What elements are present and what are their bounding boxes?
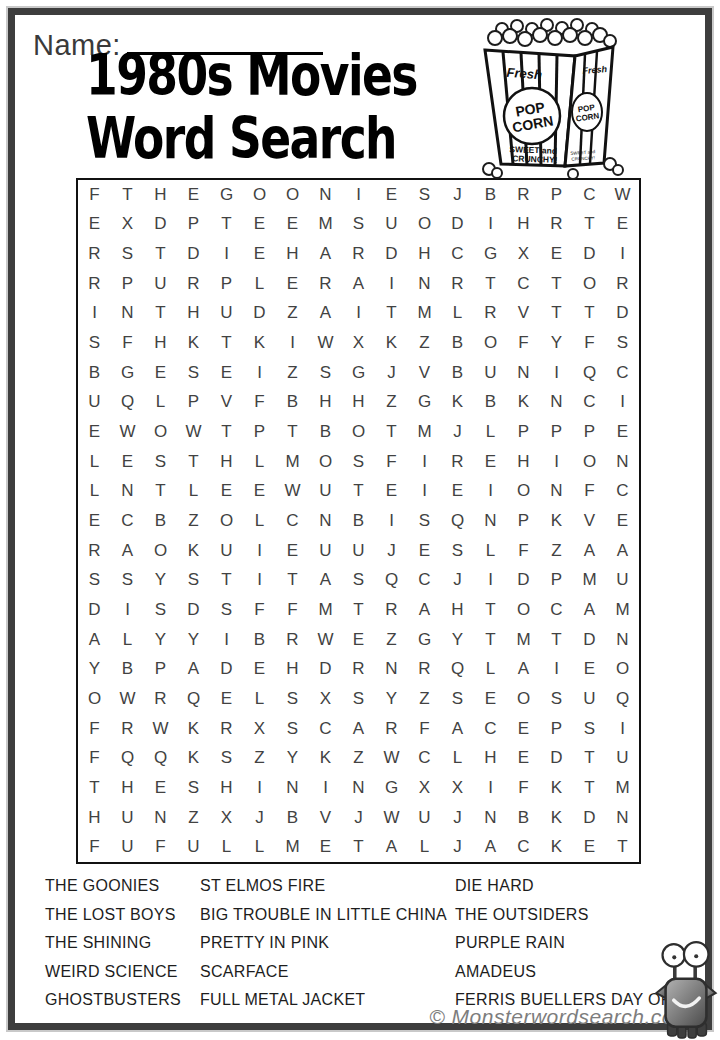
- grid-cell[interactable]: F: [276, 595, 309, 625]
- grid-cell[interactable]: X: [111, 210, 144, 240]
- grid-cell[interactable]: L: [441, 299, 474, 329]
- grid-cell[interactable]: O: [144, 536, 177, 566]
- grid-cell[interactable]: R: [78, 269, 111, 299]
- grid-cell[interactable]: L: [78, 447, 111, 477]
- grid-cell[interactable]: I: [210, 239, 243, 269]
- grid-cell[interactable]: K: [375, 328, 408, 358]
- grid-cell[interactable]: E: [375, 477, 408, 507]
- grid-cell[interactable]: X: [408, 773, 441, 803]
- grid-cell[interactable]: T: [342, 595, 375, 625]
- grid-cell[interactable]: T: [144, 299, 177, 329]
- grid-cell[interactable]: N: [375, 654, 408, 684]
- grid-cell[interactable]: N: [111, 299, 144, 329]
- grid-cell[interactable]: O: [342, 417, 375, 447]
- grid-cell[interactable]: T: [606, 832, 639, 862]
- grid-cell[interactable]: I: [606, 714, 639, 744]
- grid-cell[interactable]: T: [210, 565, 243, 595]
- grid-cell[interactable]: C: [606, 477, 639, 507]
- grid-cell[interactable]: E: [111, 447, 144, 477]
- grid-cell[interactable]: H: [210, 773, 243, 803]
- grid-cell[interactable]: T: [210, 210, 243, 240]
- grid-cell[interactable]: Z: [375, 388, 408, 418]
- grid-cell[interactable]: U: [606, 743, 639, 773]
- grid-cell[interactable]: R: [441, 269, 474, 299]
- grid-cell[interactable]: W: [111, 417, 144, 447]
- grid-cell[interactable]: I: [243, 773, 276, 803]
- grid-cell[interactable]: Q: [573, 358, 606, 388]
- grid-cell[interactable]: P: [177, 210, 210, 240]
- grid-cell[interactable]: E: [276, 269, 309, 299]
- grid-cell[interactable]: E: [375, 180, 408, 210]
- grid-cell[interactable]: X: [210, 803, 243, 833]
- grid-cell[interactable]: U: [474, 358, 507, 388]
- grid-cell[interactable]: I: [408, 447, 441, 477]
- grid-cell[interactable]: L: [144, 388, 177, 418]
- grid-cell[interactable]: Y: [78, 654, 111, 684]
- grid-cell[interactable]: E: [78, 506, 111, 536]
- grid-cell[interactable]: O: [408, 210, 441, 240]
- grid-cell[interactable]: O: [243, 180, 276, 210]
- grid-cell[interactable]: R: [342, 654, 375, 684]
- grid-cell[interactable]: R: [408, 654, 441, 684]
- grid-cell[interactable]: T: [276, 417, 309, 447]
- grid-cell[interactable]: L: [474, 536, 507, 566]
- grid-cell[interactable]: R: [210, 714, 243, 744]
- grid-cell[interactable]: F: [375, 447, 408, 477]
- grid-cell[interactable]: G: [210, 180, 243, 210]
- grid-cell[interactable]: R: [606, 269, 639, 299]
- grid-cell[interactable]: T: [210, 328, 243, 358]
- grid-cell[interactable]: D: [573, 803, 606, 833]
- grid-cell[interactable]: T: [177, 447, 210, 477]
- grid-cell[interactable]: T: [276, 565, 309, 595]
- grid-cell[interactable]: B: [309, 417, 342, 447]
- grid-cell[interactable]: T: [375, 299, 408, 329]
- grid-cell[interactable]: J: [342, 803, 375, 833]
- grid-cell[interactable]: L: [243, 832, 276, 862]
- grid-cell[interactable]: E: [210, 477, 243, 507]
- grid-cell[interactable]: Z: [276, 299, 309, 329]
- grid-cell[interactable]: U: [309, 477, 342, 507]
- grid-cell[interactable]: E: [342, 625, 375, 655]
- grid-cell[interactable]: S: [144, 595, 177, 625]
- grid-cell[interactable]: N: [144, 803, 177, 833]
- grid-cell[interactable]: S: [606, 328, 639, 358]
- grid-cell[interactable]: F: [78, 180, 111, 210]
- grid-cell[interactable]: F: [111, 328, 144, 358]
- grid-cell[interactable]: R: [441, 447, 474, 477]
- grid-cell[interactable]: F: [507, 773, 540, 803]
- grid-cell[interactable]: J: [441, 803, 474, 833]
- grid-cell[interactable]: I: [243, 565, 276, 595]
- grid-cell[interactable]: M: [276, 447, 309, 477]
- grid-cell[interactable]: B: [441, 358, 474, 388]
- grid-cell[interactable]: I: [243, 358, 276, 388]
- grid-cell[interactable]: Z: [408, 684, 441, 714]
- grid-cell[interactable]: K: [540, 803, 573, 833]
- grid-cell[interactable]: S: [276, 684, 309, 714]
- grid-cell[interactable]: K: [177, 743, 210, 773]
- grid-cell[interactable]: F: [78, 832, 111, 862]
- grid-cell[interactable]: S: [342, 565, 375, 595]
- grid-cell[interactable]: G: [474, 239, 507, 269]
- grid-cell[interactable]: G: [408, 625, 441, 655]
- grid-cell[interactable]: I: [540, 447, 573, 477]
- grid-cell[interactable]: I: [243, 536, 276, 566]
- grid-cell[interactable]: F: [243, 595, 276, 625]
- grid-cell[interactable]: J: [441, 180, 474, 210]
- grid-cell[interactable]: T: [573, 773, 606, 803]
- grid-cell[interactable]: F: [78, 714, 111, 744]
- grid-cell[interactable]: O: [78, 684, 111, 714]
- grid-cell[interactable]: E: [144, 358, 177, 388]
- grid-cell[interactable]: X: [441, 773, 474, 803]
- grid-cell[interactable]: I: [111, 595, 144, 625]
- grid-cell[interactable]: E: [408, 536, 441, 566]
- grid-cell[interactable]: J: [441, 832, 474, 862]
- grid-cell[interactable]: E: [78, 417, 111, 447]
- grid-cell[interactable]: U: [210, 536, 243, 566]
- grid-cell[interactable]: I: [375, 506, 408, 536]
- grid-cell[interactable]: M: [507, 625, 540, 655]
- grid-cell[interactable]: U: [375, 210, 408, 240]
- grid-cell[interactable]: A: [507, 654, 540, 684]
- grid-cell[interactable]: R: [507, 180, 540, 210]
- grid-cell[interactable]: O: [507, 684, 540, 714]
- grid-cell[interactable]: P: [507, 417, 540, 447]
- grid-cell[interactable]: C: [408, 743, 441, 773]
- grid-cell[interactable]: L: [177, 477, 210, 507]
- grid-cell[interactable]: P: [507, 506, 540, 536]
- grid-cell[interactable]: E: [573, 832, 606, 862]
- grid-cell[interactable]: B: [144, 506, 177, 536]
- grid-cell[interactable]: I: [210, 625, 243, 655]
- grid-cell[interactable]: M: [573, 565, 606, 595]
- grid-cell[interactable]: T: [573, 299, 606, 329]
- grid-cell[interactable]: D: [243, 299, 276, 329]
- grid-cell[interactable]: I: [408, 477, 441, 507]
- grid-cell[interactable]: Q: [441, 654, 474, 684]
- grid-cell[interactable]: F: [507, 536, 540, 566]
- grid-cell[interactable]: U: [309, 536, 342, 566]
- grid-cell[interactable]: D: [210, 654, 243, 684]
- grid-cell[interactable]: Y: [375, 684, 408, 714]
- grid-cell[interactable]: F: [573, 328, 606, 358]
- grid-cell[interactable]: C: [111, 506, 144, 536]
- grid-cell[interactable]: I: [78, 299, 111, 329]
- grid-cell[interactable]: M: [408, 299, 441, 329]
- grid-cell[interactable]: E: [441, 477, 474, 507]
- grid-cell[interactable]: P: [573, 417, 606, 447]
- grid-cell[interactable]: C: [573, 388, 606, 418]
- grid-cell[interactable]: K: [540, 832, 573, 862]
- grid-cell[interactable]: Q: [606, 684, 639, 714]
- grid-cell[interactable]: I: [342, 180, 375, 210]
- grid-cell[interactable]: H: [441, 595, 474, 625]
- grid-cell[interactable]: H: [177, 299, 210, 329]
- grid-cell[interactable]: H: [78, 803, 111, 833]
- grid-cell[interactable]: M: [606, 595, 639, 625]
- grid-cell[interactable]: S: [342, 210, 375, 240]
- grid-cell[interactable]: R: [111, 714, 144, 744]
- grid-cell[interactable]: F: [78, 743, 111, 773]
- grid-cell[interactable]: E: [606, 417, 639, 447]
- grid-cell[interactable]: E: [474, 684, 507, 714]
- grid-cell[interactable]: P: [210, 269, 243, 299]
- grid-cell[interactable]: E: [507, 743, 540, 773]
- grid-cell[interactable]: H: [144, 180, 177, 210]
- grid-cell[interactable]: T: [573, 210, 606, 240]
- grid-cell[interactable]: S: [111, 239, 144, 269]
- grid-cell[interactable]: A: [342, 714, 375, 744]
- grid-cell[interactable]: W: [309, 328, 342, 358]
- grid-cell[interactable]: L: [441, 743, 474, 773]
- grid-cell[interactable]: O: [507, 477, 540, 507]
- grid-cell[interactable]: X: [342, 328, 375, 358]
- grid-cell[interactable]: N: [606, 803, 639, 833]
- grid-cell[interactable]: D: [144, 210, 177, 240]
- grid-cell[interactable]: D: [507, 565, 540, 595]
- grid-cell[interactable]: B: [441, 328, 474, 358]
- grid-cell[interactable]: O: [309, 447, 342, 477]
- grid-cell[interactable]: S: [441, 684, 474, 714]
- grid-cell[interactable]: D: [309, 654, 342, 684]
- grid-cell[interactable]: I: [276, 328, 309, 358]
- grid-cell[interactable]: P: [144, 654, 177, 684]
- grid-cell[interactable]: S: [111, 565, 144, 595]
- grid-cell[interactable]: F: [408, 714, 441, 744]
- grid-cell[interactable]: A: [111, 536, 144, 566]
- grid-cell[interactable]: S: [177, 358, 210, 388]
- grid-cell[interactable]: Q: [144, 743, 177, 773]
- grid-cell[interactable]: V: [507, 299, 540, 329]
- grid-cell[interactable]: V: [408, 358, 441, 388]
- grid-cell[interactable]: Q: [375, 565, 408, 595]
- grid-cell[interactable]: G: [111, 358, 144, 388]
- grid-cell[interactable]: Q: [111, 743, 144, 773]
- grid-cell[interactable]: R: [474, 299, 507, 329]
- grid-cell[interactable]: C: [408, 565, 441, 595]
- grid-cell[interactable]: O: [606, 654, 639, 684]
- grid-cell[interactable]: J: [441, 565, 474, 595]
- grid-cell[interactable]: O: [573, 447, 606, 477]
- grid-cell[interactable]: K: [441, 388, 474, 418]
- grid-cell[interactable]: R: [78, 536, 111, 566]
- grid-cell[interactable]: E: [507, 714, 540, 744]
- grid-cell[interactable]: P: [540, 417, 573, 447]
- grid-cell[interactable]: I: [474, 477, 507, 507]
- grid-cell[interactable]: H: [111, 773, 144, 803]
- grid-cell[interactable]: H: [474, 743, 507, 773]
- grid-cell[interactable]: L: [111, 625, 144, 655]
- grid-cell[interactable]: N: [111, 477, 144, 507]
- grid-cell[interactable]: T: [144, 239, 177, 269]
- grid-cell[interactable]: W: [375, 803, 408, 833]
- grid-cell[interactable]: A: [573, 536, 606, 566]
- grid-cell[interactable]: C: [309, 714, 342, 744]
- grid-cell[interactable]: H: [276, 239, 309, 269]
- grid-cell[interactable]: U: [144, 269, 177, 299]
- grid-cell[interactable]: I: [540, 358, 573, 388]
- grid-cell[interactable]: R: [375, 714, 408, 744]
- grid-cell[interactable]: E: [78, 210, 111, 240]
- grid-cell[interactable]: S: [78, 565, 111, 595]
- grid-cell[interactable]: T: [540, 269, 573, 299]
- grid-cell[interactable]: H: [144, 328, 177, 358]
- grid-cell[interactable]: Z: [243, 743, 276, 773]
- grid-cell[interactable]: E: [309, 832, 342, 862]
- grid-cell[interactable]: E: [474, 447, 507, 477]
- grid-cell[interactable]: U: [177, 832, 210, 862]
- grid-cell[interactable]: F: [144, 832, 177, 862]
- grid-cell[interactable]: D: [177, 239, 210, 269]
- grid-cell[interactable]: U: [78, 388, 111, 418]
- grid-cell[interactable]: L: [243, 269, 276, 299]
- grid-cell[interactable]: Z: [408, 328, 441, 358]
- grid-cell[interactable]: S: [540, 684, 573, 714]
- grid-cell[interactable]: T: [474, 269, 507, 299]
- grid-cell[interactable]: N: [309, 506, 342, 536]
- grid-cell[interactable]: A: [309, 299, 342, 329]
- grid-cell[interactable]: J: [375, 536, 408, 566]
- grid-cell[interactable]: H: [309, 388, 342, 418]
- grid-cell[interactable]: J: [441, 417, 474, 447]
- grid-cell[interactable]: E: [144, 773, 177, 803]
- grid-cell[interactable]: S: [78, 328, 111, 358]
- grid-cell[interactable]: C: [507, 269, 540, 299]
- grid-cell[interactable]: A: [573, 595, 606, 625]
- grid-cell[interactable]: E: [606, 210, 639, 240]
- grid-cell[interactable]: Y: [540, 328, 573, 358]
- grid-cell[interactable]: V: [210, 388, 243, 418]
- grid-cell[interactable]: W: [309, 625, 342, 655]
- grid-cell[interactable]: K: [309, 743, 342, 773]
- grid-cell[interactable]: O: [144, 417, 177, 447]
- grid-cell[interactable]: N: [408, 269, 441, 299]
- grid-cell[interactable]: O: [276, 180, 309, 210]
- grid-cell[interactable]: O: [210, 506, 243, 536]
- grid-cell[interactable]: U: [210, 299, 243, 329]
- grid-cell[interactable]: H: [210, 447, 243, 477]
- grid-cell[interactable]: N: [474, 803, 507, 833]
- grid-cell[interactable]: N: [474, 506, 507, 536]
- grid-cell[interactable]: G: [375, 773, 408, 803]
- grid-cell[interactable]: X: [507, 239, 540, 269]
- grid-cell[interactable]: A: [408, 595, 441, 625]
- grid-cell[interactable]: I: [540, 654, 573, 684]
- grid-cell[interactable]: A: [342, 269, 375, 299]
- grid-cell[interactable]: T: [111, 180, 144, 210]
- grid-cell[interactable]: A: [309, 239, 342, 269]
- grid-cell[interactable]: Z: [177, 506, 210, 536]
- grid-cell[interactable]: T: [342, 832, 375, 862]
- grid-cell[interactable]: P: [177, 388, 210, 418]
- grid-cell[interactable]: L: [474, 654, 507, 684]
- grid-cell[interactable]: W: [606, 180, 639, 210]
- grid-cell[interactable]: C: [606, 358, 639, 388]
- grid-cell[interactable]: B: [276, 388, 309, 418]
- grid-cell[interactable]: N: [342, 773, 375, 803]
- grid-cell[interactable]: E: [276, 210, 309, 240]
- grid-cell[interactable]: R: [78, 239, 111, 269]
- grid-cell[interactable]: B: [507, 803, 540, 833]
- grid-cell[interactable]: S: [210, 595, 243, 625]
- grid-cell[interactable]: D: [375, 239, 408, 269]
- grid-cell[interactable]: K: [540, 506, 573, 536]
- grid-cell[interactable]: K: [177, 536, 210, 566]
- grid-cell[interactable]: P: [111, 269, 144, 299]
- grid-cell[interactable]: S: [342, 684, 375, 714]
- grid-cell[interactable]: N: [606, 447, 639, 477]
- grid-cell[interactable]: R: [375, 595, 408, 625]
- grid-cell[interactable]: T: [573, 743, 606, 773]
- grid-cell[interactable]: I: [309, 773, 342, 803]
- grid-cell[interactable]: W: [111, 684, 144, 714]
- grid-cell[interactable]: T: [540, 299, 573, 329]
- grid-cell[interactable]: A: [606, 536, 639, 566]
- grid-cell[interactable]: S: [441, 536, 474, 566]
- grid-cell[interactable]: T: [144, 477, 177, 507]
- grid-cell[interactable]: Q: [177, 684, 210, 714]
- grid-cell[interactable]: L: [474, 417, 507, 447]
- grid-cell[interactable]: L: [243, 506, 276, 536]
- grid-cell[interactable]: A: [474, 832, 507, 862]
- grid-cell[interactable]: K: [243, 328, 276, 358]
- grid-cell[interactable]: Y: [441, 625, 474, 655]
- grid-cell[interactable]: P: [540, 565, 573, 595]
- grid-cell[interactable]: V: [573, 506, 606, 536]
- grid-cell[interactable]: L: [210, 832, 243, 862]
- grid-cell[interactable]: S: [177, 773, 210, 803]
- grid-cell[interactable]: U: [606, 565, 639, 595]
- grid-cell[interactable]: H: [507, 447, 540, 477]
- grid-cell[interactable]: E: [210, 684, 243, 714]
- grid-cell[interactable]: T: [375, 417, 408, 447]
- grid-cell[interactable]: S: [408, 180, 441, 210]
- grid-cell[interactable]: E: [243, 210, 276, 240]
- grid-cell[interactable]: D: [540, 743, 573, 773]
- grid-cell[interactable]: K: [177, 714, 210, 744]
- grid-cell[interactable]: Z: [276, 358, 309, 388]
- grid-cell[interactable]: Y: [144, 565, 177, 595]
- grid-cell[interactable]: H: [408, 239, 441, 269]
- grid-cell[interactable]: Y: [276, 743, 309, 773]
- grid-cell[interactable]: T: [540, 625, 573, 655]
- grid-cell[interactable]: L: [243, 684, 276, 714]
- grid-cell[interactable]: I: [342, 299, 375, 329]
- grid-cell[interactable]: E: [540, 239, 573, 269]
- grid-cell[interactable]: P: [540, 714, 573, 744]
- grid-cell[interactable]: N: [309, 180, 342, 210]
- grid-cell[interactable]: R: [276, 625, 309, 655]
- grid-cell[interactable]: W: [177, 417, 210, 447]
- grid-cell[interactable]: Z: [540, 536, 573, 566]
- grid-cell[interactable]: S: [408, 506, 441, 536]
- grid-cell[interactable]: T: [342, 477, 375, 507]
- grid-cell[interactable]: A: [441, 714, 474, 744]
- grid-cell[interactable]: E: [276, 536, 309, 566]
- grid-cell[interactable]: I: [474, 210, 507, 240]
- grid-cell[interactable]: A: [78, 625, 111, 655]
- grid-cell[interactable]: S: [144, 447, 177, 477]
- grid-cell[interactable]: A: [177, 654, 210, 684]
- grid-cell[interactable]: X: [309, 684, 342, 714]
- grid-cell[interactable]: Z: [342, 743, 375, 773]
- grid-cell[interactable]: D: [177, 595, 210, 625]
- grid-cell[interactable]: S: [177, 565, 210, 595]
- grid-cell[interactable]: W: [375, 743, 408, 773]
- grid-cell[interactable]: N: [507, 358, 540, 388]
